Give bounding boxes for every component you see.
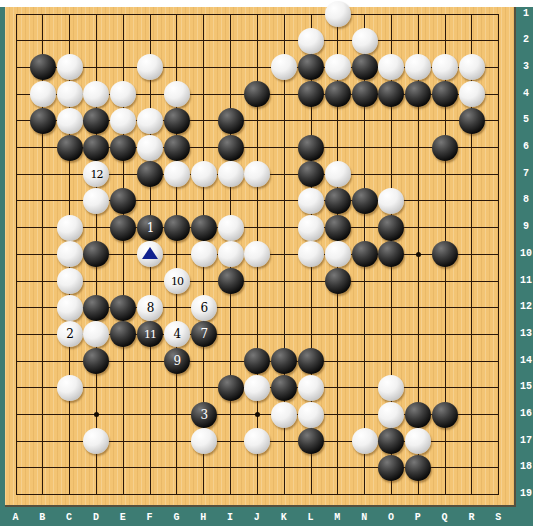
stone-white: [30, 81, 56, 107]
stone-black: [110, 321, 136, 347]
stone-white: 6: [191, 295, 217, 321]
stone-black: [352, 81, 378, 107]
move-number-label: 11: [144, 329, 156, 340]
stone-black: [405, 455, 431, 481]
stone-white: [57, 268, 83, 294]
move-number-label: 12: [90, 169, 102, 180]
stone-white: [218, 215, 244, 241]
stone-white: [191, 241, 217, 267]
stone-black: [298, 348, 324, 374]
row-label: 19: [519, 489, 533, 499]
stone-black: [298, 428, 324, 454]
column-label: P: [412, 513, 424, 523]
column-label: F: [144, 513, 156, 523]
star-point: [94, 412, 99, 417]
stone-black: [164, 215, 190, 241]
stone-black: [378, 81, 404, 107]
stone-white: [110, 108, 136, 134]
move-number-label: 4: [174, 328, 181, 340]
row-label: 9: [519, 222, 533, 232]
column-label: J: [251, 513, 263, 523]
stone-black: 9: [164, 348, 190, 374]
stone-black: [57, 135, 83, 161]
stone-white: [298, 215, 324, 241]
stone-white: [83, 188, 109, 214]
column-label: L: [305, 513, 317, 523]
stone-black: [164, 135, 190, 161]
stone-black: [378, 428, 404, 454]
go-app-window: 12110862114793 1234567891011121314151617…: [0, 0, 533, 526]
column-label: Q: [439, 513, 451, 523]
stone-white: [298, 188, 324, 214]
stone-white: [83, 81, 109, 107]
column-label: C: [63, 513, 75, 523]
stone-black: [298, 161, 324, 187]
stone-white: [218, 241, 244, 267]
stone-white: [218, 161, 244, 187]
move-number-label: 2: [66, 328, 73, 340]
stone-white: [164, 161, 190, 187]
stone-white: [432, 54, 458, 80]
stone-white: [405, 54, 431, 80]
row-label: 10: [519, 249, 533, 259]
column-label: R: [465, 513, 477, 523]
row-label: 15: [519, 382, 533, 392]
stone-black: 1: [137, 215, 163, 241]
stone-white: [137, 135, 163, 161]
move-number-label: 10: [171, 276, 183, 287]
stone-white: [405, 428, 431, 454]
row-label: 12: [519, 302, 533, 312]
stone-white: [191, 428, 217, 454]
stone-white: [57, 241, 83, 267]
stone-black: [405, 81, 431, 107]
column-label: H: [197, 513, 209, 523]
stone-black: [271, 375, 297, 401]
stone-black: [110, 215, 136, 241]
stone-white: 8: [137, 295, 163, 321]
stone-black: 3: [191, 402, 217, 428]
stone-black: [83, 295, 109, 321]
stone-white: [325, 1, 351, 27]
column-label: M: [331, 513, 343, 523]
stone-black: [137, 161, 163, 187]
stone-black: [83, 108, 109, 134]
stone-black: [459, 108, 485, 134]
row-label: 1: [519, 9, 533, 19]
row-label: 4: [519, 89, 533, 99]
stone-black: [352, 241, 378, 267]
row-label: 8: [519, 195, 533, 205]
stone-black: [298, 54, 324, 80]
stone-white: [271, 54, 297, 80]
stone-white: [244, 375, 270, 401]
stone-black: [218, 375, 244, 401]
stone-white: [57, 215, 83, 241]
stone-black: [83, 348, 109, 374]
row-label: 11: [519, 276, 533, 286]
stone-black: [83, 135, 109, 161]
row-label: 17: [519, 436, 533, 446]
stone-black: [352, 54, 378, 80]
stone-white: [459, 81, 485, 107]
stone-white: [57, 295, 83, 321]
stone-black: [218, 135, 244, 161]
stone-white: [298, 375, 324, 401]
stone-white: 10: [164, 268, 190, 294]
stone-white: [57, 54, 83, 80]
column-label: G: [170, 513, 182, 523]
row-label: 14: [519, 356, 533, 366]
column-coordinate-strip: ABCDEFGHIJKLMNOPQRS: [0, 507, 533, 526]
stone-black: [110, 295, 136, 321]
stone-black: [325, 268, 351, 294]
move-number-label: 3: [200, 409, 207, 421]
stone-black: [325, 215, 351, 241]
stone-white: [244, 428, 270, 454]
row-label: 13: [519, 329, 533, 339]
stone-black: 7: [191, 321, 217, 347]
star-point: [416, 252, 421, 257]
stone-white: [298, 241, 324, 267]
stone-black: [378, 215, 404, 241]
stone-black: [378, 455, 404, 481]
grid-line-horizontal: [16, 494, 500, 495]
stone-white: [298, 402, 324, 428]
stone-black: [378, 241, 404, 267]
stone-black: [432, 241, 458, 267]
stone-white: [325, 161, 351, 187]
stone-white: [164, 81, 190, 107]
stone-black: [244, 348, 270, 374]
stone-white: [378, 54, 404, 80]
move-number-label: 8: [147, 302, 154, 314]
stone-black: [298, 81, 324, 107]
column-label: D: [90, 513, 102, 523]
stone-black: [271, 348, 297, 374]
stone-white: [378, 402, 404, 428]
stone-black: [244, 81, 270, 107]
go-board[interactable]: 12110862114793: [5, 7, 516, 507]
stone-black: [110, 188, 136, 214]
stone-black: [164, 108, 190, 134]
grid-line-vertical: [498, 14, 499, 496]
stone-white: [459, 54, 485, 80]
column-label: S: [492, 513, 504, 523]
stone-black: [191, 215, 217, 241]
stone-white: [137, 108, 163, 134]
column-label: A: [10, 513, 22, 523]
row-label: 18: [519, 462, 533, 472]
stone-black: [30, 54, 56, 80]
row-label: 2: [519, 35, 533, 45]
grid-line-horizontal: [16, 281, 500, 282]
column-label: O: [385, 513, 397, 523]
stone-black: [298, 135, 324, 161]
move-number-label: 1: [147, 222, 154, 234]
stone-white: 2: [57, 321, 83, 347]
column-label: B: [36, 513, 48, 523]
stone-black: [110, 135, 136, 161]
stone-white: [57, 81, 83, 107]
stone-white: [244, 161, 270, 187]
move-number-label: 6: [200, 302, 207, 314]
row-coordinate-strip: 12345678910111213141516171819: [516, 7, 533, 507]
stone-black: [325, 81, 351, 107]
stone-black: [432, 402, 458, 428]
stone-white: [137, 54, 163, 80]
stone-white: [83, 428, 109, 454]
stone-white: [244, 241, 270, 267]
move-number-label: 9: [174, 355, 181, 367]
star-point: [255, 412, 260, 417]
stone-white: [325, 241, 351, 267]
stone-white: [325, 54, 351, 80]
stone-white: [298, 28, 324, 54]
stone-white: [110, 81, 136, 107]
stone-black: [352, 188, 378, 214]
stone-white: [378, 188, 404, 214]
stone-white: [57, 375, 83, 401]
stone-black: 11: [137, 321, 163, 347]
stone-black: [432, 135, 458, 161]
stone-white: [83, 321, 109, 347]
stone-black: [432, 81, 458, 107]
row-label: 3: [519, 62, 533, 72]
column-label: E: [117, 513, 129, 523]
column-label: N: [358, 513, 370, 523]
row-label: 7: [519, 169, 533, 179]
triangle-marker: [142, 247, 158, 259]
stone-black: [218, 108, 244, 134]
stone-white: 4: [164, 321, 190, 347]
stone-white: [352, 28, 378, 54]
stone-black: [218, 268, 244, 294]
column-label: K: [278, 513, 290, 523]
stone-black: [83, 241, 109, 267]
row-label: 5: [519, 115, 533, 125]
row-label: 6: [519, 142, 533, 152]
column-label: I: [224, 513, 236, 523]
stone-white: 12: [83, 161, 109, 187]
row-label: 16: [519, 409, 533, 419]
stone-white: [378, 375, 404, 401]
stone-white: [57, 108, 83, 134]
stone-black: [405, 402, 431, 428]
move-number-label: 7: [200, 328, 207, 340]
stone-black: [325, 188, 351, 214]
stone-white: [271, 402, 297, 428]
top-margin-strip: [0, 0, 533, 7]
stone-white: [191, 161, 217, 187]
stone-black: [30, 108, 56, 134]
stone-white: [352, 428, 378, 454]
